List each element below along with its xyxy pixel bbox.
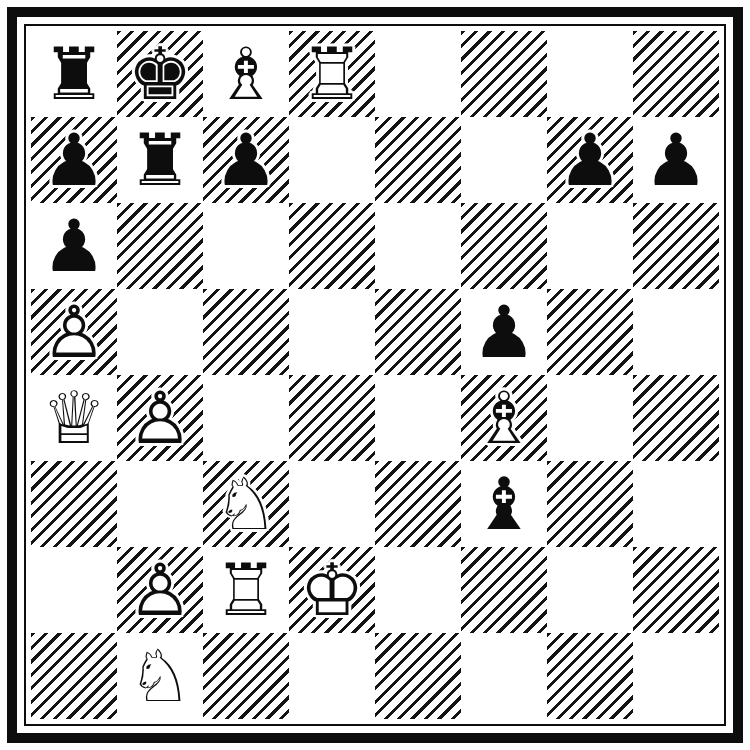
piece-white-queen-a4[interactable]: ♛♕ — [31, 375, 117, 461]
square-a6[interactable]: ♟♟ — [31, 203, 117, 289]
square-f7[interactable] — [461, 117, 547, 203]
square-e5[interactable] — [375, 289, 461, 375]
piece-solid-glyph: ♚ — [117, 31, 203, 117]
square-a5[interactable]: ♟♙ — [31, 289, 117, 375]
square-c3[interactable]: ♞♘ — [203, 461, 289, 547]
book-page: ♜♜♚♚♝♗♜♖♟♟♜♜♟♟♟♟♟♟♟♟♟♙♟♟♛♕♟♙♝♗♞♘♝♝♟♙♜♖♚♔… — [0, 0, 750, 750]
piece-outline-glyph: ♗ — [203, 31, 289, 117]
square-c7[interactable]: ♟♟ — [203, 117, 289, 203]
square-b3[interactable] — [117, 461, 203, 547]
piece-solid-glyph: ♝ — [461, 461, 547, 547]
square-d1[interactable] — [289, 633, 375, 719]
square-a4[interactable]: ♛♕ — [31, 375, 117, 461]
piece-black-rook-b7[interactable]: ♜♜ — [117, 117, 203, 203]
square-g6[interactable] — [547, 203, 633, 289]
square-f2[interactable] — [461, 547, 547, 633]
piece-white-rook-d8[interactable]: ♜♖ — [289, 31, 375, 117]
square-e1[interactable] — [375, 633, 461, 719]
square-e3[interactable] — [375, 461, 461, 547]
piece-solid-glyph: ♟ — [633, 117, 719, 203]
square-f5[interactable]: ♟♟ — [461, 289, 547, 375]
square-d4[interactable] — [289, 375, 375, 461]
square-e4[interactable] — [375, 375, 461, 461]
square-h4[interactable] — [633, 375, 719, 461]
piece-outline-glyph: ♙ — [117, 547, 203, 633]
square-g1[interactable] — [547, 633, 633, 719]
piece-black-bishop-f3[interactable]: ♝♝ — [461, 461, 547, 547]
piece-white-rook-c2[interactable]: ♜♖ — [203, 547, 289, 633]
square-f8[interactable] — [461, 31, 547, 117]
piece-white-knight-c3[interactable]: ♞♘ — [203, 461, 289, 547]
piece-outline-glyph: ♖ — [289, 31, 375, 117]
square-d7[interactable] — [289, 117, 375, 203]
square-a1[interactable] — [31, 633, 117, 719]
piece-outline-glyph: ♙ — [31, 289, 117, 375]
square-f4[interactable]: ♝♗ — [461, 375, 547, 461]
piece-black-pawn-g7[interactable]: ♟♟ — [547, 117, 633, 203]
square-b2[interactable]: ♟♙ — [117, 547, 203, 633]
square-g4[interactable] — [547, 375, 633, 461]
square-g5[interactable] — [547, 289, 633, 375]
square-c4[interactable] — [203, 375, 289, 461]
square-d2[interactable]: ♚♔ — [289, 547, 375, 633]
piece-solid-glyph: ♟ — [461, 289, 547, 375]
piece-black-pawn-h7[interactable]: ♟♟ — [633, 117, 719, 203]
square-a8[interactable]: ♜♜ — [31, 31, 117, 117]
piece-white-pawn-b2[interactable]: ♟♙ — [117, 547, 203, 633]
square-e8[interactable] — [375, 31, 461, 117]
piece-outline-glyph: ♕ — [31, 375, 117, 461]
square-d6[interactable] — [289, 203, 375, 289]
piece-black-pawn-f5[interactable]: ♟♟ — [461, 289, 547, 375]
piece-outline-glyph: ♙ — [117, 375, 203, 461]
piece-black-pawn-a6[interactable]: ♟♟ — [31, 203, 117, 289]
piece-outline-glyph: ♗ — [461, 375, 547, 461]
piece-white-knight-b1[interactable]: ♞♘ — [117, 633, 203, 719]
piece-solid-glyph: ♟ — [203, 117, 289, 203]
square-h2[interactable] — [633, 547, 719, 633]
piece-outline-glyph: ♘ — [117, 633, 203, 719]
square-g7[interactable]: ♟♟ — [547, 117, 633, 203]
piece-white-bishop-c8[interactable]: ♝♗ — [203, 31, 289, 117]
square-a7[interactable]: ♟♟ — [31, 117, 117, 203]
square-c2[interactable]: ♜♖ — [203, 547, 289, 633]
piece-solid-glyph: ♟ — [31, 117, 117, 203]
square-c5[interactable] — [203, 289, 289, 375]
square-h6[interactable] — [633, 203, 719, 289]
square-a3[interactable] — [31, 461, 117, 547]
piece-white-king-d2[interactable]: ♚♔ — [289, 547, 375, 633]
square-h1[interactable] — [633, 633, 719, 719]
square-g2[interactable] — [547, 547, 633, 633]
square-b1[interactable]: ♞♘ — [117, 633, 203, 719]
square-a2[interactable] — [31, 547, 117, 633]
piece-black-pawn-c7[interactable]: ♟♟ — [203, 117, 289, 203]
square-d5[interactable] — [289, 289, 375, 375]
square-c1[interactable] — [203, 633, 289, 719]
square-d3[interactable] — [289, 461, 375, 547]
piece-outline-glyph: ♔ — [289, 547, 375, 633]
piece-solid-glyph: ♜ — [31, 31, 117, 117]
square-f3[interactable]: ♝♝ — [461, 461, 547, 547]
square-f6[interactable] — [461, 203, 547, 289]
square-e2[interactable] — [375, 547, 461, 633]
square-h3[interactable] — [633, 461, 719, 547]
square-h5[interactable] — [633, 289, 719, 375]
piece-solid-glyph: ♜ — [117, 117, 203, 203]
square-b6[interactable] — [117, 203, 203, 289]
piece-white-bishop-f4[interactable]: ♝♗ — [461, 375, 547, 461]
square-h8[interactable] — [633, 31, 719, 117]
square-f1[interactable] — [461, 633, 547, 719]
piece-black-rook-a8[interactable]: ♜♜ — [31, 31, 117, 117]
square-e7[interactable] — [375, 117, 461, 203]
square-b5[interactable] — [117, 289, 203, 375]
piece-outline-glyph: ♖ — [203, 547, 289, 633]
square-g8[interactable] — [547, 31, 633, 117]
piece-white-pawn-a5[interactable]: ♟♙ — [31, 289, 117, 375]
piece-outline-glyph: ♘ — [203, 461, 289, 547]
square-d8[interactable]: ♜♖ — [289, 31, 375, 117]
piece-solid-glyph: ♟ — [31, 203, 117, 289]
chess-board: ♜♜♚♚♝♗♜♖♟♟♜♜♟♟♟♟♟♟♟♟♟♙♟♟♛♕♟♙♝♗♞♘♝♝♟♙♜♖♚♔… — [31, 31, 719, 719]
square-b8[interactable]: ♚♚ — [117, 31, 203, 117]
square-c6[interactable] — [203, 203, 289, 289]
piece-black-king-b8[interactable]: ♚♚ — [117, 31, 203, 117]
square-b7[interactable]: ♜♜ — [117, 117, 203, 203]
square-c8[interactable]: ♝♗ — [203, 31, 289, 117]
piece-black-pawn-a7[interactable]: ♟♟ — [31, 117, 117, 203]
piece-white-pawn-b4[interactable]: ♟♙ — [117, 375, 203, 461]
square-e6[interactable] — [375, 203, 461, 289]
piece-solid-glyph: ♟ — [547, 117, 633, 203]
square-h7[interactable]: ♟♟ — [633, 117, 719, 203]
square-g3[interactable] — [547, 461, 633, 547]
square-b4[interactable]: ♟♙ — [117, 375, 203, 461]
